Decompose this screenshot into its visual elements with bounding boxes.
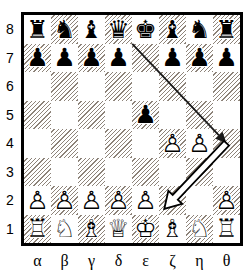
- file-label-f: ζ: [159, 247, 186, 275]
- white-king-fill: ♚: [132, 215, 159, 244]
- square-e5: ♟: [132, 101, 159, 130]
- square-g2: [186, 186, 213, 215]
- square-b4: [51, 129, 78, 158]
- white-pawn: ♙: [132, 186, 159, 215]
- white-pawn-fill: ♟: [159, 129, 186, 158]
- rank-label-2: 2: [0, 186, 20, 215]
- square-d6: [105, 72, 132, 101]
- square-b6: [51, 72, 78, 101]
- square-e3: [132, 158, 159, 187]
- square-a5: [24, 101, 51, 130]
- black-pawn: ♟: [132, 101, 159, 130]
- white-bishop-fill: ♝: [159, 215, 186, 244]
- white-queen-fill: ♛: [105, 215, 132, 244]
- square-f5: [159, 101, 186, 130]
- white-rook-fill: ♜: [213, 215, 240, 244]
- rank-label-5: 5: [0, 101, 20, 130]
- square-e6: [132, 72, 159, 101]
- square-g4: ♟♙: [186, 129, 213, 158]
- black-pawn: ♟: [213, 44, 240, 73]
- square-c6: [78, 72, 105, 101]
- black-pawn: ♟: [105, 44, 132, 73]
- white-pawn: ♙: [78, 186, 105, 215]
- square-h8: ♜: [213, 15, 240, 44]
- black-rook: ♜: [24, 15, 51, 44]
- white-pawn-fill: ♟: [51, 186, 78, 215]
- white-king: ♔: [132, 215, 159, 244]
- square-h2: ♟♙: [213, 186, 240, 215]
- file-label-g: η: [186, 247, 213, 275]
- chess-board: ♜♞♝♛♚♝♞♜♟♟♟♟♟♟♟♟♟♙♟♙♟♙♟♙♟♙♟♙♟♙♟♙♜♖♞♘♝♗♛♕…: [21, 12, 243, 246]
- white-pawn: ♙: [105, 186, 132, 215]
- white-rook-fill: ♜: [24, 215, 51, 244]
- white-knight-fill: ♞: [186, 215, 213, 244]
- square-c2: ♟♙: [78, 186, 105, 215]
- rank-label-3: 3: [0, 158, 20, 187]
- rank-label-4: 4: [0, 129, 20, 158]
- square-h5: [213, 101, 240, 130]
- black-pawn: ♟: [159, 44, 186, 73]
- square-c8: ♝: [78, 15, 105, 44]
- square-g6: [186, 72, 213, 101]
- square-d8: ♛: [105, 15, 132, 44]
- square-g8: ♞: [186, 15, 213, 44]
- square-c7: ♟: [78, 44, 105, 73]
- white-pawn: ♙: [159, 129, 186, 158]
- square-h7: ♟: [213, 44, 240, 73]
- square-e4: [132, 129, 159, 158]
- white-pawn-fill: ♟: [186, 129, 213, 158]
- board-grid: ♜♞♝♛♚♝♞♜♟♟♟♟♟♟♟♟♟♙♟♙♟♙♟♙♟♙♟♙♟♙♟♙♜♖♞♘♝♗♛♕…: [24, 15, 240, 243]
- square-e1: ♚♔: [132, 215, 159, 244]
- square-h1: ♜♖: [213, 215, 240, 244]
- square-f7: ♟: [159, 44, 186, 73]
- black-bishop: ♝: [159, 15, 186, 44]
- white-bishop-fill: ♝: [78, 215, 105, 244]
- square-b1: ♞♘: [51, 215, 78, 244]
- black-pawn: ♟: [78, 44, 105, 73]
- square-h4: [213, 129, 240, 158]
- square-f3: [159, 158, 186, 187]
- square-a3: [24, 158, 51, 187]
- rank-label-8: 8: [0, 15, 20, 44]
- square-e2: ♟♙: [132, 186, 159, 215]
- square-f2: [159, 186, 186, 215]
- square-g3: [186, 158, 213, 187]
- white-knight: ♘: [186, 215, 213, 244]
- square-d4: [105, 129, 132, 158]
- white-bishop: ♗: [159, 215, 186, 244]
- white-pawn-fill: ♟: [132, 186, 159, 215]
- white-rook: ♖: [213, 215, 240, 244]
- rank-labels: 87654321: [0, 15, 20, 243]
- white-pawn-fill: ♟: [78, 186, 105, 215]
- rank-label-1: 1: [0, 215, 20, 244]
- black-queen: ♛: [105, 15, 132, 44]
- square-g7: ♟: [186, 44, 213, 73]
- square-a7: ♟: [24, 44, 51, 73]
- square-e7: [132, 44, 159, 73]
- square-b7: ♟: [51, 44, 78, 73]
- square-h3: [213, 158, 240, 187]
- black-knight: ♞: [186, 15, 213, 44]
- white-bishop: ♗: [78, 215, 105, 244]
- square-e8: ♚: [132, 15, 159, 44]
- white-rook: ♖: [24, 215, 51, 244]
- rank-label-7: 7: [0, 44, 20, 73]
- file-label-e: ε: [132, 247, 159, 275]
- square-g5: [186, 101, 213, 130]
- square-d7: ♟: [105, 44, 132, 73]
- square-a2: ♟♙: [24, 186, 51, 215]
- black-king: ♚: [132, 15, 159, 44]
- square-b8: ♞: [51, 15, 78, 44]
- square-b2: ♟♙: [51, 186, 78, 215]
- square-a8: ♜: [24, 15, 51, 44]
- square-f6: [159, 72, 186, 101]
- square-f1: ♝♗: [159, 215, 186, 244]
- white-knight-fill: ♞: [51, 215, 78, 244]
- square-d3: [105, 158, 132, 187]
- square-a4: [24, 129, 51, 158]
- file-label-d: δ: [105, 247, 132, 275]
- white-pawn: ♙: [186, 129, 213, 158]
- file-labels: αβγδεζηθ: [24, 247, 240, 275]
- file-label-b: β: [51, 247, 78, 275]
- white-knight: ♘: [51, 215, 78, 244]
- square-c1: ♝♗: [78, 215, 105, 244]
- square-c3: [78, 158, 105, 187]
- square-d2: ♟♙: [105, 186, 132, 215]
- square-b5: [51, 101, 78, 130]
- black-pawn: ♟: [186, 44, 213, 73]
- square-h6: [213, 72, 240, 101]
- black-pawn: ♟: [24, 44, 51, 73]
- square-b3: [51, 158, 78, 187]
- square-a6: [24, 72, 51, 101]
- square-f4: ♟♙: [159, 129, 186, 158]
- file-label-c: γ: [78, 247, 105, 275]
- square-c4: [78, 129, 105, 158]
- white-pawn: ♙: [24, 186, 51, 215]
- file-label-a: α: [24, 247, 51, 275]
- white-pawn: ♙: [51, 186, 78, 215]
- file-label-h: θ: [213, 247, 240, 275]
- square-d1: ♛♕: [105, 215, 132, 244]
- white-queen: ♕: [105, 215, 132, 244]
- black-pawn: ♟: [51, 44, 78, 73]
- square-d5: [105, 101, 132, 130]
- square-g1: ♞♘: [186, 215, 213, 244]
- white-pawn-fill: ♟: [213, 186, 240, 215]
- square-a1: ♜♖: [24, 215, 51, 244]
- rank-label-6: 6: [0, 72, 20, 101]
- chess-diagram: 87654321 ♜♞♝♛♚♝♞♜♟♟♟♟♟♟♟♟♟♙♟♙♟♙♟♙♟♙♟♙♟♙♟…: [0, 0, 252, 278]
- white-pawn-fill: ♟: [105, 186, 132, 215]
- square-f8: ♝: [159, 15, 186, 44]
- white-pawn: ♙: [213, 186, 240, 215]
- black-knight: ♞: [51, 15, 78, 44]
- square-c5: [78, 101, 105, 130]
- black-rook: ♜: [213, 15, 240, 44]
- black-bishop: ♝: [78, 15, 105, 44]
- white-pawn-fill: ♟: [24, 186, 51, 215]
